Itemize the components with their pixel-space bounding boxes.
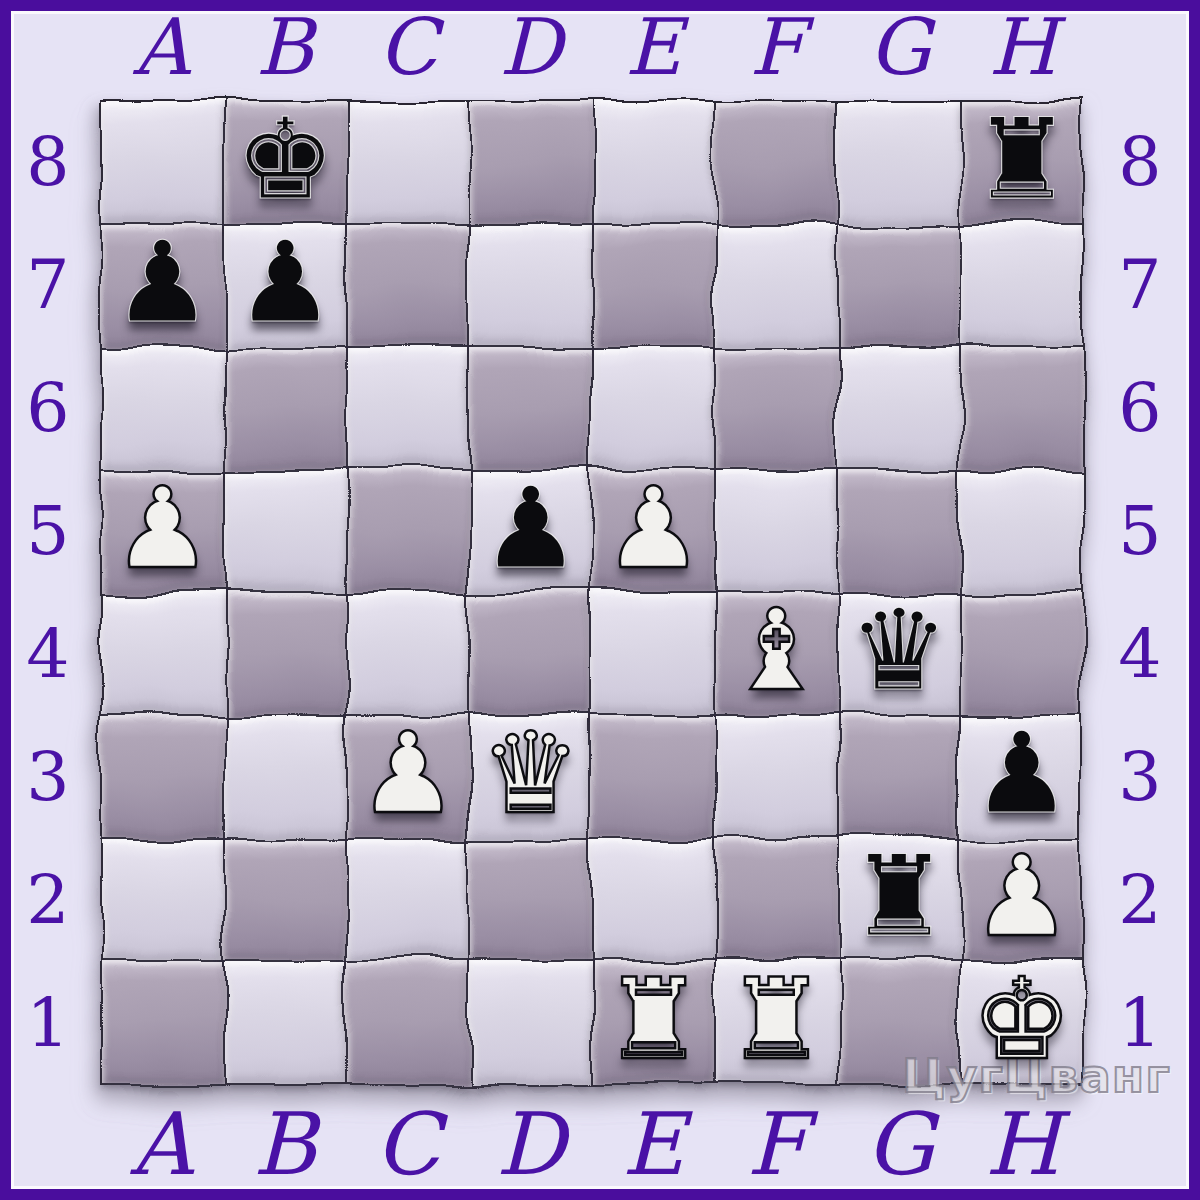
square-h2 <box>961 839 1082 960</box>
file-label-e: E <box>592 1088 715 1200</box>
square-b1 <box>225 961 346 1082</box>
rank-label-6: 6 <box>1092 346 1188 469</box>
square-g7 <box>839 225 960 346</box>
square-f4 <box>716 593 837 714</box>
rank-label-7: 7 <box>1092 223 1188 346</box>
square-e8 <box>593 102 714 223</box>
square-e3 <box>593 716 714 837</box>
rank-labels-right: 8 7 6 5 4 3 2 1 <box>1092 100 1188 1084</box>
square-h8 <box>961 102 1082 223</box>
square-e5 <box>593 470 714 591</box>
square-a3 <box>102 716 223 837</box>
rank-label-5: 5 <box>0 469 96 592</box>
square-e1 <box>593 961 714 1082</box>
rank-label-7: 7 <box>0 223 96 346</box>
square-a7 <box>102 225 223 346</box>
square-a4 <box>102 593 223 714</box>
rank-label-3: 3 <box>0 715 96 838</box>
square-f3 <box>716 716 837 837</box>
square-h4 <box>961 593 1082 714</box>
square-d3 <box>470 716 591 837</box>
square-a1 <box>102 961 223 1082</box>
square-g2 <box>839 839 960 960</box>
square-f6 <box>716 348 837 469</box>
square-d2 <box>470 839 591 960</box>
square-f7 <box>716 225 837 346</box>
square-f1 <box>716 961 837 1082</box>
rank-label-4: 4 <box>0 592 96 715</box>
square-h5 <box>961 470 1082 591</box>
square-a8 <box>102 102 223 223</box>
square-b8 <box>225 102 346 223</box>
square-b2 <box>225 839 346 960</box>
square-e7 <box>593 225 714 346</box>
square-c1 <box>348 961 469 1082</box>
file-label-c: C <box>346 0 469 98</box>
square-b5 <box>225 470 346 591</box>
file-label-d: D <box>469 1088 592 1200</box>
file-label-b: B <box>223 1088 346 1200</box>
square-d8 <box>470 102 591 223</box>
square-g4 <box>839 593 960 714</box>
square-d5 <box>470 470 591 591</box>
rank-label-6: 6 <box>0 346 96 469</box>
watermark-text: ЦугЦванг <box>902 1048 1171 1103</box>
file-label-c: C <box>346 1088 469 1200</box>
square-d1 <box>470 961 591 1082</box>
square-e6 <box>593 348 714 469</box>
square-c8 <box>348 102 469 223</box>
rank-label-2: 2 <box>0 838 96 961</box>
square-c3 <box>348 716 469 837</box>
file-labels-top: A B C D E F G H <box>100 0 1084 98</box>
file-label-f: F <box>715 1088 838 1200</box>
rank-label-4: 4 <box>1092 592 1188 715</box>
file-label-a: A <box>100 0 223 98</box>
file-label-d: D <box>469 0 592 98</box>
square-f5 <box>716 470 837 591</box>
square-a6 <box>102 348 223 469</box>
square-b4 <box>225 593 346 714</box>
board-squares <box>100 100 1084 1084</box>
square-f8 <box>716 102 837 223</box>
square-a5 <box>102 470 223 591</box>
file-label-f: F <box>715 0 838 98</box>
square-h3 <box>961 716 1082 837</box>
square-c5 <box>348 470 469 591</box>
rank-label-1: 1 <box>0 961 96 1084</box>
chess-board: ♚ ♜ ♟ ♟ ♟ ♟ ♟ ♝ ♛ ♟ ♛ ♟ ♜ ♟ ♜ ♜ ♚ <box>100 100 1084 1084</box>
square-d4 <box>470 593 591 714</box>
file-labels-bottom: A B C D E F G H <box>100 1088 1084 1200</box>
file-label-b: B <box>223 0 346 98</box>
rank-label-5: 5 <box>1092 469 1188 592</box>
square-b7 <box>225 225 346 346</box>
rank-label-8: 8 <box>0 100 96 223</box>
rank-label-2: 2 <box>1092 838 1188 961</box>
square-b3 <box>225 716 346 837</box>
file-label-e: E <box>592 0 715 98</box>
square-c7 <box>348 225 469 346</box>
file-label-h: H <box>961 1088 1084 1200</box>
rank-label-3: 3 <box>1092 715 1188 838</box>
square-d6 <box>470 348 591 469</box>
square-g8 <box>839 102 960 223</box>
square-b6 <box>225 348 346 469</box>
square-h7 <box>961 225 1082 346</box>
file-label-h: H <box>961 0 1084 98</box>
file-label-g: G <box>838 1088 961 1200</box>
square-g6 <box>839 348 960 469</box>
square-d7 <box>470 225 591 346</box>
square-e2 <box>593 839 714 960</box>
square-c2 <box>348 839 469 960</box>
rank-labels-left: 8 7 6 5 4 3 2 1 <box>0 100 96 1084</box>
file-label-a: A <box>100 1088 223 1200</box>
rank-label-8: 8 <box>1092 100 1188 223</box>
square-c6 <box>348 348 469 469</box>
square-g3 <box>839 716 960 837</box>
square-e4 <box>593 593 714 714</box>
square-c4 <box>348 593 469 714</box>
square-a2 <box>102 839 223 960</box>
file-label-g: G <box>838 0 961 98</box>
square-f2 <box>716 839 837 960</box>
square-g5 <box>839 470 960 591</box>
square-h6 <box>961 348 1082 469</box>
